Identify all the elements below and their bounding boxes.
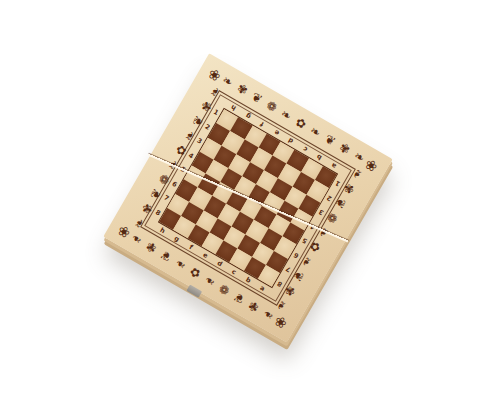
- scroll-ornament-icon: ❦: [230, 287, 248, 308]
- scroll-ornament-icon: ❧: [277, 105, 295, 126]
- scroll-ornament-icon: ❦: [157, 245, 175, 266]
- scroll-ornament-icon: ❦: [321, 130, 339, 151]
- scroll-ornament-icon: ✿: [291, 113, 309, 134]
- scroll-ornament-icon: ✾: [233, 79, 251, 100]
- hinge-tab: [186, 285, 202, 298]
- scroll-ornament-icon: ❦: [248, 88, 266, 109]
- scroll-ornament-icon: ❧: [172, 253, 190, 274]
- scroll-ornament-icon: ❧: [201, 270, 219, 291]
- scroll-ornament-icon: ✾: [335, 138, 353, 159]
- scroll-ornament-icon: ❧: [306, 122, 324, 143]
- scroll-ornament-icon: ✿: [186, 261, 204, 282]
- scroll-ornament-icon: ✾: [245, 295, 263, 316]
- scroll-ornament-icon: ✾: [143, 236, 161, 257]
- chess-board: ❧✾❦❁❧✿❧❦✾❧ ❧✾❦❁❧✿❧❦✾❧ ❧✾❦❁❧✿❧❦✾❧ ❧✾❦❁❧✿❧…: [103, 53, 393, 343]
- scroll-ornament-icon: ❁: [262, 96, 280, 117]
- scroll-ornament-icon: ❁: [216, 278, 234, 299]
- product-photo-background: ❧✾❦❁❧✿❧❦✾❧ ❧✾❦❁❧✿❧❦✾❧ ❧✾❦❁❧✿❧❦✾❧ ❧✾❦❁❧✿❧…: [0, 0, 500, 400]
